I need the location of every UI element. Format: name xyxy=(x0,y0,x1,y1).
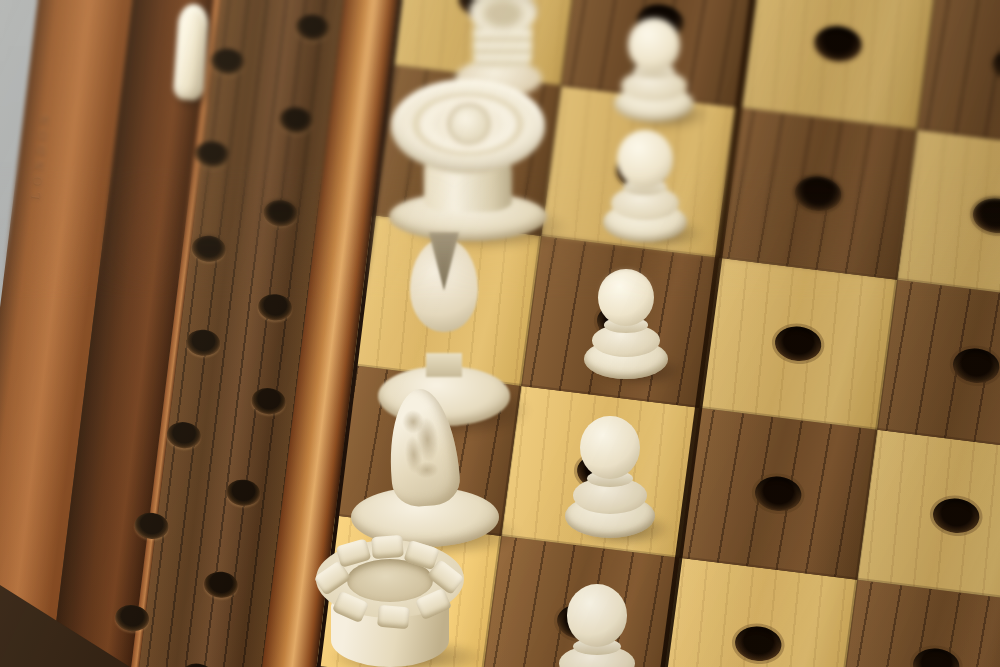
white-pawn-g2[interactable] xyxy=(565,416,655,538)
bishop-part xyxy=(426,353,463,377)
white-knight-g1[interactable] xyxy=(351,389,499,547)
pieces-layer xyxy=(0,0,1000,667)
pawn-part xyxy=(580,416,639,479)
pawn-part xyxy=(598,269,653,326)
photo-stage: LONDON xyxy=(0,0,1000,667)
pawn-part xyxy=(617,130,672,188)
knight-part xyxy=(385,386,463,508)
rook-part xyxy=(377,605,410,630)
white-rook-h1[interactable] xyxy=(316,537,464,667)
white-king-e1[interactable] xyxy=(389,79,547,241)
king-part xyxy=(451,107,487,141)
white-pawn-e2[interactable] xyxy=(603,130,687,242)
white-pawn-f2[interactable] xyxy=(584,269,668,379)
white-pawn-h2[interactable] xyxy=(551,584,643,667)
white-pawn-d2[interactable] xyxy=(614,18,694,122)
pawn-part xyxy=(628,18,681,72)
rook-part xyxy=(372,535,405,559)
pawn-part xyxy=(567,584,628,647)
